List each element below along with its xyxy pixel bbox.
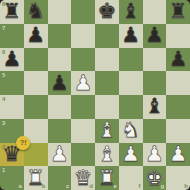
file-label-f: f [139, 183, 141, 189]
square-f2[interactable]: ♟ [119, 143, 143, 167]
square-c2[interactable]: ♟ [48, 143, 72, 167]
square-h2[interactable]: ♟ [166, 143, 190, 167]
piece-white-bishop-e2[interactable]: ♝ [95, 143, 119, 167]
square-d2[interactable] [71, 143, 95, 167]
piece-white-pawn-f2[interactable]: ♟ [119, 143, 143, 167]
square-b8[interactable]: ♞ [24, 0, 48, 24]
piece-black-king-e8[interactable]: ♚ [95, 0, 119, 24]
piece-white-knight-f3[interactable]: ♞ [119, 119, 143, 143]
file-label-h: h [184, 183, 188, 189]
square-f5[interactable] [119, 71, 143, 95]
square-g1[interactable]: g♚ [143, 166, 167, 190]
square-d6[interactable] [71, 48, 95, 72]
square-b6[interactable] [24, 48, 48, 72]
square-h4[interactable] [166, 95, 190, 119]
square-c6[interactable] [48, 48, 72, 72]
file-label-c: c [66, 183, 69, 189]
square-e7[interactable] [95, 24, 119, 48]
piece-black-pawn-h6[interactable]: ♟ [166, 48, 190, 72]
square-a1[interactable]: 1a [0, 166, 24, 190]
square-d4[interactable] [71, 95, 95, 119]
piece-black-pawn-g7[interactable]: ♟ [143, 24, 167, 48]
square-f8[interactable]: ♝ [119, 0, 143, 24]
rank-label-1: 1 [2, 167, 5, 173]
rank-label-3: 3 [2, 120, 5, 126]
square-b1[interactable]: b♜ [24, 166, 48, 190]
square-f3[interactable]: ♞ [119, 119, 143, 143]
square-d3[interactable] [71, 119, 95, 143]
square-f1[interactable]: f [119, 166, 143, 190]
square-b5[interactable] [24, 71, 48, 95]
square-h7[interactable] [166, 24, 190, 48]
square-g3[interactable] [143, 119, 167, 143]
square-g5[interactable] [143, 71, 167, 95]
piece-black-bishop-f8[interactable]: ♝ [119, 0, 143, 24]
square-b7[interactable]: ♟ [24, 24, 48, 48]
square-h6[interactable]: ♟ [166, 48, 190, 72]
square-e3[interactable]: ♝ [95, 119, 119, 143]
square-g6[interactable] [143, 48, 167, 72]
square-h8[interactable]: ♜ [166, 0, 190, 24]
square-g2[interactable]: ♟ [143, 143, 167, 167]
file-label-a: a [18, 183, 21, 189]
rank-label-4: 4 [2, 96, 5, 102]
square-e4[interactable] [95, 95, 119, 119]
square-e8[interactable]: ♚ [95, 0, 119, 24]
rank-label-5: 5 [2, 72, 5, 78]
square-d7[interactable] [71, 24, 95, 48]
square-c4[interactable] [48, 95, 72, 119]
square-h3[interactable] [166, 119, 190, 143]
square-d5[interactable]: ♟ [71, 71, 95, 95]
square-g4[interactable]: ♝ [143, 95, 167, 119]
square-f4[interactable] [119, 95, 143, 119]
square-a8[interactable]: 8♜ [0, 0, 24, 24]
square-h5[interactable] [166, 71, 190, 95]
square-c8[interactable] [48, 0, 72, 24]
piece-white-rook-e1[interactable]: ♜ [95, 166, 119, 190]
square-h1[interactable]: h [166, 166, 190, 190]
piece-black-pawn-f7[interactable]: ♟ [119, 24, 143, 48]
piece-white-pawn-h2[interactable]: ♟ [166, 143, 190, 167]
piece-black-bishop-g4[interactable]: ♝ [143, 95, 167, 119]
piece-white-rook-b1[interactable]: ♜ [24, 166, 48, 190]
square-a7[interactable]: 7 [0, 24, 24, 48]
square-a5[interactable]: 5 [0, 71, 24, 95]
square-f7[interactable]: ♟ [119, 24, 143, 48]
square-e6[interactable] [95, 48, 119, 72]
rank-label-7: 7 [2, 25, 5, 31]
piece-white-bishop-e3[interactable]: ♝ [95, 119, 119, 143]
piece-white-pawn-c2[interactable]: ♟ [48, 143, 72, 167]
square-g8[interactable] [143, 0, 167, 24]
square-a4[interactable]: 4 [0, 95, 24, 119]
square-d8[interactable] [71, 0, 95, 24]
inaccuracy-badge: ?! [16, 136, 30, 150]
piece-black-pawn-a6[interactable]: ♟ [0, 48, 24, 72]
piece-white-king-g1[interactable]: ♚ [143, 166, 167, 190]
board-frame: 8♜♞♚♝♜7♟♟♟6♟♟5♟♟4♝3♝♞2♛♟♝♟♟♟1ab♜cd♛e♜fg♚… [0, 0, 190, 190]
square-c3[interactable] [48, 119, 72, 143]
square-a6[interactable]: 6♟ [0, 48, 24, 72]
square-e1[interactable]: e♜ [95, 166, 119, 190]
piece-white-pawn-d5[interactable]: ♟ [71, 71, 95, 95]
piece-black-pawn-b7[interactable]: ♟ [24, 24, 48, 48]
piece-black-pawn-c5[interactable]: ♟ [48, 71, 72, 95]
square-g7[interactable]: ♟ [143, 24, 167, 48]
square-e5[interactable] [95, 71, 119, 95]
square-b4[interactable] [24, 95, 48, 119]
square-e2[interactable]: ♝ [95, 143, 119, 167]
square-d1[interactable]: d♛ [71, 166, 95, 190]
chess-board: 8♜♞♚♝♜7♟♟♟6♟♟5♟♟4♝3♝♞2♛♟♝♟♟♟1ab♜cd♛e♜fg♚… [0, 0, 190, 190]
piece-white-queen-d1[interactable]: ♛ [71, 166, 95, 190]
square-c7[interactable] [48, 24, 72, 48]
square-f6[interactable] [119, 48, 143, 72]
piece-black-knight-b8[interactable]: ♞ [24, 0, 48, 24]
square-c5[interactable]: ♟ [48, 71, 72, 95]
square-c1[interactable]: c [48, 166, 72, 190]
piece-black-rook-h8[interactable]: ♜ [166, 0, 190, 24]
piece-white-pawn-g2[interactable]: ♟ [143, 143, 167, 167]
piece-black-rook-a8[interactable]: ♜ [0, 0, 24, 24]
